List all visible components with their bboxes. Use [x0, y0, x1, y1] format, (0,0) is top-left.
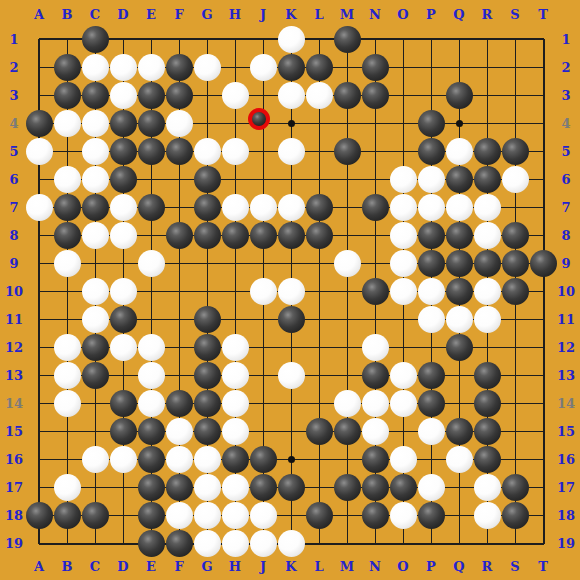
intersection-M7[interactable]	[333, 193, 361, 221]
intersection-K13[interactable]	[277, 361, 305, 389]
intersection-T13[interactable]	[529, 361, 557, 389]
intersection-C10[interactable]	[81, 277, 109, 305]
intersection-B6[interactable]	[53, 165, 81, 193]
intersection-T18[interactable]	[529, 501, 557, 529]
intersection-L16[interactable]	[305, 445, 333, 473]
intersection-R5[interactable]	[473, 137, 501, 165]
intersection-A14[interactable]	[25, 389, 53, 417]
intersection-R17[interactable]	[473, 473, 501, 501]
intersection-L13[interactable]	[305, 361, 333, 389]
intersection-F7[interactable]	[165, 193, 193, 221]
intersection-S3[interactable]	[501, 81, 529, 109]
intersection-Q11[interactable]	[445, 305, 473, 333]
intersection-E4[interactable]	[137, 109, 165, 137]
intersection-B14[interactable]	[53, 389, 81, 417]
intersection-K11[interactable]	[277, 305, 305, 333]
intersection-A6[interactable]	[25, 165, 53, 193]
intersection-H7[interactable]	[221, 193, 249, 221]
intersection-A4[interactable]	[25, 109, 53, 137]
intersection-H5[interactable]	[221, 137, 249, 165]
intersection-O19[interactable]	[389, 529, 417, 557]
intersection-E3[interactable]	[137, 81, 165, 109]
intersection-O15[interactable]	[389, 417, 417, 445]
intersection-Q12[interactable]	[445, 333, 473, 361]
intersection-F15[interactable]	[165, 417, 193, 445]
intersection-J14[interactable]	[249, 389, 277, 417]
intersection-T6[interactable]	[529, 165, 557, 193]
intersection-M17[interactable]	[333, 473, 361, 501]
intersection-Q16[interactable]	[445, 445, 473, 473]
intersection-O10[interactable]	[389, 277, 417, 305]
intersection-E17[interactable]	[137, 473, 165, 501]
intersection-D4[interactable]	[109, 109, 137, 137]
intersection-E11[interactable]	[137, 305, 165, 333]
intersection-J13[interactable]	[249, 361, 277, 389]
intersection-M2[interactable]	[333, 53, 361, 81]
intersection-M10[interactable]	[333, 277, 361, 305]
intersection-D10[interactable]	[109, 277, 137, 305]
intersection-N3[interactable]	[361, 81, 389, 109]
intersection-S12[interactable]	[501, 333, 529, 361]
intersection-F11[interactable]	[165, 305, 193, 333]
intersection-B13[interactable]	[53, 361, 81, 389]
intersection-G8[interactable]	[193, 221, 221, 249]
intersection-O5[interactable]	[389, 137, 417, 165]
intersection-E7[interactable]	[137, 193, 165, 221]
intersection-R10[interactable]	[473, 277, 501, 305]
intersection-J1[interactable]	[249, 25, 277, 53]
intersection-J3[interactable]	[249, 81, 277, 109]
intersection-C19[interactable]	[81, 529, 109, 557]
intersection-M3[interactable]	[333, 81, 361, 109]
intersection-S13[interactable]	[501, 361, 529, 389]
intersection-S8[interactable]	[501, 221, 529, 249]
intersection-L15[interactable]	[305, 417, 333, 445]
intersection-G19[interactable]	[193, 529, 221, 557]
intersection-H10[interactable]	[221, 277, 249, 305]
intersection-K6[interactable]	[277, 165, 305, 193]
intersection-R11[interactable]	[473, 305, 501, 333]
intersection-Q2[interactable]	[445, 53, 473, 81]
intersection-C12[interactable]	[81, 333, 109, 361]
intersection-C5[interactable]	[81, 137, 109, 165]
intersection-P17[interactable]	[417, 473, 445, 501]
intersection-D11[interactable]	[109, 305, 137, 333]
intersection-B1[interactable]	[53, 25, 81, 53]
intersection-M19[interactable]	[333, 529, 361, 557]
intersection-P19[interactable]	[417, 529, 445, 557]
intersection-N16[interactable]	[361, 445, 389, 473]
intersection-A18[interactable]	[25, 501, 53, 529]
intersection-R19[interactable]	[473, 529, 501, 557]
intersection-P15[interactable]	[417, 417, 445, 445]
intersection-M11[interactable]	[333, 305, 361, 333]
intersection-H18[interactable]	[221, 501, 249, 529]
intersection-J7[interactable]	[249, 193, 277, 221]
intersection-A10[interactable]	[25, 277, 53, 305]
intersection-D8[interactable]	[109, 221, 137, 249]
intersection-Q14[interactable]	[445, 389, 473, 417]
intersection-L4[interactable]	[305, 109, 333, 137]
intersection-L3[interactable]	[305, 81, 333, 109]
intersection-A17[interactable]	[25, 473, 53, 501]
intersection-H8[interactable]	[221, 221, 249, 249]
intersection-N18[interactable]	[361, 501, 389, 529]
intersection-O13[interactable]	[389, 361, 417, 389]
intersection-B10[interactable]	[53, 277, 81, 305]
intersection-P18[interactable]	[417, 501, 445, 529]
intersection-B17[interactable]	[53, 473, 81, 501]
intersection-T7[interactable]	[529, 193, 557, 221]
intersection-G2[interactable]	[193, 53, 221, 81]
intersection-H17[interactable]	[221, 473, 249, 501]
intersection-A16[interactable]	[25, 445, 53, 473]
intersection-S14[interactable]	[501, 389, 529, 417]
intersection-S16[interactable]	[501, 445, 529, 473]
intersection-P3[interactable]	[417, 81, 445, 109]
intersection-E5[interactable]	[137, 137, 165, 165]
intersection-S15[interactable]	[501, 417, 529, 445]
intersection-A8[interactable]	[25, 221, 53, 249]
intersection-B12[interactable]	[53, 333, 81, 361]
intersection-C1[interactable]	[81, 25, 109, 53]
intersection-M4[interactable]	[333, 109, 361, 137]
intersection-R12[interactable]	[473, 333, 501, 361]
intersection-O9[interactable]	[389, 249, 417, 277]
intersection-D9[interactable]	[109, 249, 137, 277]
intersection-N5[interactable]	[361, 137, 389, 165]
intersection-R18[interactable]	[473, 501, 501, 529]
intersection-K18[interactable]	[277, 501, 305, 529]
intersection-F14[interactable]	[165, 389, 193, 417]
intersection-C17[interactable]	[81, 473, 109, 501]
intersection-N17[interactable]	[361, 473, 389, 501]
intersection-R9[interactable]	[473, 249, 501, 277]
intersection-N4[interactable]	[361, 109, 389, 137]
intersection-Q15[interactable]	[445, 417, 473, 445]
intersection-F19[interactable]	[165, 529, 193, 557]
intersection-J5[interactable]	[249, 137, 277, 165]
intersection-Q8[interactable]	[445, 221, 473, 249]
intersection-C9[interactable]	[81, 249, 109, 277]
intersection-J4[interactable]	[249, 109, 277, 137]
intersection-T10[interactable]	[529, 277, 557, 305]
intersection-P5[interactable]	[417, 137, 445, 165]
intersection-N6[interactable]	[361, 165, 389, 193]
intersection-Q1[interactable]	[445, 25, 473, 53]
intersection-A11[interactable]	[25, 305, 53, 333]
intersection-G9[interactable]	[193, 249, 221, 277]
intersection-R6[interactable]	[473, 165, 501, 193]
intersection-A2[interactable]	[25, 53, 53, 81]
intersection-H11[interactable]	[221, 305, 249, 333]
intersection-H13[interactable]	[221, 361, 249, 389]
intersection-H4[interactable]	[221, 109, 249, 137]
intersection-E18[interactable]	[137, 501, 165, 529]
intersection-K5[interactable]	[277, 137, 305, 165]
intersection-T11[interactable]	[529, 305, 557, 333]
intersection-G4[interactable]	[193, 109, 221, 137]
intersection-B15[interactable]	[53, 417, 81, 445]
intersection-G6[interactable]	[193, 165, 221, 193]
intersection-L9[interactable]	[305, 249, 333, 277]
intersection-F18[interactable]	[165, 501, 193, 529]
intersection-K12[interactable]	[277, 333, 305, 361]
intersection-J17[interactable]	[249, 473, 277, 501]
intersection-L11[interactable]	[305, 305, 333, 333]
intersection-C3[interactable]	[81, 81, 109, 109]
intersection-O3[interactable]	[389, 81, 417, 109]
intersection-H3[interactable]	[221, 81, 249, 109]
intersection-J18[interactable]	[249, 501, 277, 529]
intersection-C15[interactable]	[81, 417, 109, 445]
intersection-L10[interactable]	[305, 277, 333, 305]
intersection-T9[interactable]	[529, 249, 557, 277]
intersection-A9[interactable]	[25, 249, 53, 277]
intersection-S17[interactable]	[501, 473, 529, 501]
intersection-O2[interactable]	[389, 53, 417, 81]
intersection-E16[interactable]	[137, 445, 165, 473]
intersection-D19[interactable]	[109, 529, 137, 557]
intersection-C4[interactable]	[81, 109, 109, 137]
intersection-S11[interactable]	[501, 305, 529, 333]
intersection-E12[interactable]	[137, 333, 165, 361]
intersection-T12[interactable]	[529, 333, 557, 361]
intersection-F17[interactable]	[165, 473, 193, 501]
intersection-M15[interactable]	[333, 417, 361, 445]
intersection-S4[interactable]	[501, 109, 529, 137]
intersection-L2[interactable]	[305, 53, 333, 81]
intersection-B9[interactable]	[53, 249, 81, 277]
intersection-T15[interactable]	[529, 417, 557, 445]
intersection-A3[interactable]	[25, 81, 53, 109]
intersection-A13[interactable]	[25, 361, 53, 389]
intersection-S19[interactable]	[501, 529, 529, 557]
intersection-N2[interactable]	[361, 53, 389, 81]
intersection-G11[interactable]	[193, 305, 221, 333]
intersection-N7[interactable]	[361, 193, 389, 221]
intersection-D12[interactable]	[109, 333, 137, 361]
intersection-N10[interactable]	[361, 277, 389, 305]
intersection-J16[interactable]	[249, 445, 277, 473]
intersection-S9[interactable]	[501, 249, 529, 277]
intersection-R8[interactable]	[473, 221, 501, 249]
intersection-G17[interactable]	[193, 473, 221, 501]
intersection-L19[interactable]	[305, 529, 333, 557]
intersection-D17[interactable]	[109, 473, 137, 501]
intersection-M13[interactable]	[333, 361, 361, 389]
intersection-D18[interactable]	[109, 501, 137, 529]
intersection-Q10[interactable]	[445, 277, 473, 305]
intersection-C13[interactable]	[81, 361, 109, 389]
intersection-F9[interactable]	[165, 249, 193, 277]
intersection-H19[interactable]	[221, 529, 249, 557]
intersection-E9[interactable]	[137, 249, 165, 277]
intersection-H14[interactable]	[221, 389, 249, 417]
intersection-F3[interactable]	[165, 81, 193, 109]
intersection-P1[interactable]	[417, 25, 445, 53]
intersection-C8[interactable]	[81, 221, 109, 249]
intersection-B8[interactable]	[53, 221, 81, 249]
intersection-B18[interactable]	[53, 501, 81, 529]
intersection-A15[interactable]	[25, 417, 53, 445]
intersection-J6[interactable]	[249, 165, 277, 193]
intersection-T3[interactable]	[529, 81, 557, 109]
intersection-H15[interactable]	[221, 417, 249, 445]
intersection-P10[interactable]	[417, 277, 445, 305]
intersection-R1[interactable]	[473, 25, 501, 53]
intersection-D5[interactable]	[109, 137, 137, 165]
intersection-R16[interactable]	[473, 445, 501, 473]
intersection-T19[interactable]	[529, 529, 557, 557]
intersection-F4[interactable]	[165, 109, 193, 137]
intersection-S5[interactable]	[501, 137, 529, 165]
intersection-O6[interactable]	[389, 165, 417, 193]
intersection-S1[interactable]	[501, 25, 529, 53]
intersection-K2[interactable]	[277, 53, 305, 81]
intersection-F5[interactable]	[165, 137, 193, 165]
intersection-P12[interactable]	[417, 333, 445, 361]
intersection-P9[interactable]	[417, 249, 445, 277]
intersection-L6[interactable]	[305, 165, 333, 193]
intersection-P2[interactable]	[417, 53, 445, 81]
intersection-B16[interactable]	[53, 445, 81, 473]
intersection-T4[interactable]	[529, 109, 557, 137]
intersection-J8[interactable]	[249, 221, 277, 249]
intersection-D7[interactable]	[109, 193, 137, 221]
intersection-H12[interactable]	[221, 333, 249, 361]
intersection-T5[interactable]	[529, 137, 557, 165]
intersection-P16[interactable]	[417, 445, 445, 473]
intersection-G12[interactable]	[193, 333, 221, 361]
intersection-K10[interactable]	[277, 277, 305, 305]
intersection-B7[interactable]	[53, 193, 81, 221]
intersection-S2[interactable]	[501, 53, 529, 81]
intersection-J11[interactable]	[249, 305, 277, 333]
intersection-D1[interactable]	[109, 25, 137, 53]
intersection-B2[interactable]	[53, 53, 81, 81]
intersection-Q17[interactable]	[445, 473, 473, 501]
intersection-C16[interactable]	[81, 445, 109, 473]
intersection-L1[interactable]	[305, 25, 333, 53]
intersection-E2[interactable]	[137, 53, 165, 81]
intersection-S10[interactable]	[501, 277, 529, 305]
intersection-O17[interactable]	[389, 473, 417, 501]
intersection-M5[interactable]	[333, 137, 361, 165]
intersection-M12[interactable]	[333, 333, 361, 361]
intersection-M9[interactable]	[333, 249, 361, 277]
intersection-N9[interactable]	[361, 249, 389, 277]
intersection-M6[interactable]	[333, 165, 361, 193]
intersection-H9[interactable]	[221, 249, 249, 277]
intersection-E6[interactable]	[137, 165, 165, 193]
intersection-M14[interactable]	[333, 389, 361, 417]
intersection-E15[interactable]	[137, 417, 165, 445]
intersection-F8[interactable]	[165, 221, 193, 249]
intersection-E10[interactable]	[137, 277, 165, 305]
intersection-R13[interactable]	[473, 361, 501, 389]
intersection-Q18[interactable]	[445, 501, 473, 529]
intersection-Q13[interactable]	[445, 361, 473, 389]
intersection-K15[interactable]	[277, 417, 305, 445]
intersection-K9[interactable]	[277, 249, 305, 277]
intersection-M16[interactable]	[333, 445, 361, 473]
intersection-H16[interactable]	[221, 445, 249, 473]
intersection-J15[interactable]	[249, 417, 277, 445]
intersection-N15[interactable]	[361, 417, 389, 445]
intersection-Q9[interactable]	[445, 249, 473, 277]
intersection-P7[interactable]	[417, 193, 445, 221]
intersection-C2[interactable]	[81, 53, 109, 81]
intersection-B5[interactable]	[53, 137, 81, 165]
intersection-J12[interactable]	[249, 333, 277, 361]
intersection-L7[interactable]	[305, 193, 333, 221]
intersection-G5[interactable]	[193, 137, 221, 165]
intersection-K14[interactable]	[277, 389, 305, 417]
intersection-D14[interactable]	[109, 389, 137, 417]
intersection-T2[interactable]	[529, 53, 557, 81]
intersection-E13[interactable]	[137, 361, 165, 389]
intersection-Q19[interactable]	[445, 529, 473, 557]
intersection-L17[interactable]	[305, 473, 333, 501]
intersection-S18[interactable]	[501, 501, 529, 529]
intersection-B4[interactable]	[53, 109, 81, 137]
intersection-T8[interactable]	[529, 221, 557, 249]
intersection-S7[interactable]	[501, 193, 529, 221]
intersection-D6[interactable]	[109, 165, 137, 193]
intersection-N1[interactable]	[361, 25, 389, 53]
intersection-C18[interactable]	[81, 501, 109, 529]
intersection-T14[interactable]	[529, 389, 557, 417]
intersection-O18[interactable]	[389, 501, 417, 529]
intersection-Q6[interactable]	[445, 165, 473, 193]
intersection-F16[interactable]	[165, 445, 193, 473]
intersection-J2[interactable]	[249, 53, 277, 81]
intersection-O1[interactable]	[389, 25, 417, 53]
intersection-G18[interactable]	[193, 501, 221, 529]
intersection-G15[interactable]	[193, 417, 221, 445]
intersection-N19[interactable]	[361, 529, 389, 557]
intersection-K16[interactable]	[277, 445, 305, 473]
intersection-P11[interactable]	[417, 305, 445, 333]
intersection-C7[interactable]	[81, 193, 109, 221]
intersection-L5[interactable]	[305, 137, 333, 165]
intersection-P13[interactable]	[417, 361, 445, 389]
intersection-J19[interactable]	[249, 529, 277, 557]
intersection-E8[interactable]	[137, 221, 165, 249]
intersection-O12[interactable]	[389, 333, 417, 361]
intersection-K1[interactable]	[277, 25, 305, 53]
intersection-P4[interactable]	[417, 109, 445, 137]
intersection-R7[interactable]	[473, 193, 501, 221]
intersection-F13[interactable]	[165, 361, 193, 389]
intersection-D16[interactable]	[109, 445, 137, 473]
intersection-K7[interactable]	[277, 193, 305, 221]
intersection-J10[interactable]	[249, 277, 277, 305]
intersection-O7[interactable]	[389, 193, 417, 221]
intersection-T17[interactable]	[529, 473, 557, 501]
intersection-R3[interactable]	[473, 81, 501, 109]
intersection-S6[interactable]	[501, 165, 529, 193]
intersection-K4[interactable]	[277, 109, 305, 137]
intersection-O4[interactable]	[389, 109, 417, 137]
intersection-O8[interactable]	[389, 221, 417, 249]
intersection-N11[interactable]	[361, 305, 389, 333]
intersection-A12[interactable]	[25, 333, 53, 361]
intersection-A7[interactable]	[25, 193, 53, 221]
intersection-Q5[interactable]	[445, 137, 473, 165]
intersection-M1[interactable]	[333, 25, 361, 53]
